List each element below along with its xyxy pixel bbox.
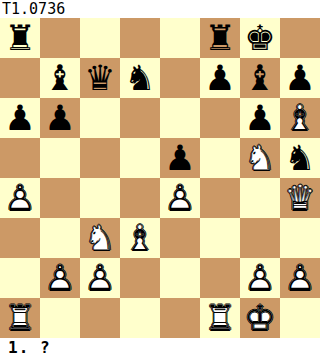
square-f7[interactable]: ♟ [200, 58, 240, 98]
piece-glyph: ♟ [200, 58, 240, 98]
square-f6[interactable] [200, 98, 240, 138]
square-c8[interactable] [80, 18, 120, 58]
square-c6[interactable] [80, 98, 120, 138]
square-e5[interactable]: ♟ [160, 138, 200, 178]
square-d2[interactable] [120, 258, 160, 298]
piece-glyph: ♝ [240, 58, 280, 98]
square-b3[interactable] [40, 218, 80, 258]
black-pawn: ♟ [0, 98, 40, 138]
piece-glyph: ♝ [40, 58, 80, 98]
chess-board: ♜♜♚♝♛♞♟♝♟♟♟♟♝♗♟♞♘♞♟♙♟♙♛♕♞♘♝♗♟♙♟♙♟♙♟♙♜♖♜♖… [0, 18, 320, 338]
square-d4[interactable] [120, 178, 160, 218]
black-bishop: ♝ [240, 58, 280, 98]
white-pawn: ♟♙ [80, 258, 120, 298]
white-knight: ♞♘ [80, 218, 120, 258]
white-bishop: ♝♗ [280, 98, 320, 138]
square-a3[interactable] [0, 218, 40, 258]
square-h4[interactable]: ♛♕ [280, 178, 320, 218]
piece-glyph: ♞ [120, 58, 160, 98]
black-pawn: ♟ [280, 58, 320, 98]
white-bishop: ♝♗ [120, 218, 160, 258]
piece-outline-glyph: ♖ [0, 298, 40, 338]
square-f4[interactable] [200, 178, 240, 218]
square-d8[interactable] [120, 18, 160, 58]
square-h2[interactable]: ♟♙ [280, 258, 320, 298]
move-prompt: 1. ? [8, 338, 51, 360]
square-d5[interactable] [120, 138, 160, 178]
piece-glyph: ♞ [280, 138, 320, 178]
white-pawn: ♟♙ [0, 178, 40, 218]
black-queen: ♛ [80, 58, 120, 98]
square-e6[interactable] [160, 98, 200, 138]
square-f2[interactable] [200, 258, 240, 298]
piece-outline-glyph: ♙ [160, 178, 200, 218]
square-a5[interactable] [0, 138, 40, 178]
white-pawn: ♟♙ [40, 258, 80, 298]
square-h8[interactable] [280, 18, 320, 58]
white-rook: ♜♖ [200, 298, 240, 338]
square-e7[interactable] [160, 58, 200, 98]
piece-outline-glyph: ♙ [40, 258, 80, 298]
white-queen: ♛♕ [280, 178, 320, 218]
white-rook: ♜♖ [0, 298, 40, 338]
square-a8[interactable]: ♜ [0, 18, 40, 58]
square-c7[interactable]: ♛ [80, 58, 120, 98]
square-a6[interactable]: ♟ [0, 98, 40, 138]
square-e4[interactable]: ♟♙ [160, 178, 200, 218]
black-pawn: ♟ [40, 98, 80, 138]
square-e1[interactable] [160, 298, 200, 338]
piece-glyph: ♚ [240, 18, 280, 58]
piece-outline-glyph: ♔ [240, 298, 280, 338]
square-a7[interactable] [0, 58, 40, 98]
square-c2[interactable]: ♟♙ [80, 258, 120, 298]
square-f8[interactable]: ♜ [200, 18, 240, 58]
square-f3[interactable] [200, 218, 240, 258]
square-g2[interactable]: ♟♙ [240, 258, 280, 298]
square-e2[interactable] [160, 258, 200, 298]
square-h3[interactable] [280, 218, 320, 258]
square-a2[interactable] [0, 258, 40, 298]
white-pawn: ♟♙ [280, 258, 320, 298]
white-king: ♚♔ [240, 298, 280, 338]
piece-outline-glyph: ♕ [280, 178, 320, 218]
black-pawn: ♟ [160, 138, 200, 178]
square-g8[interactable]: ♚ [240, 18, 280, 58]
piece-glyph: ♛ [80, 58, 120, 98]
piece-outline-glyph: ♘ [240, 138, 280, 178]
square-a1[interactable]: ♜♖ [0, 298, 40, 338]
black-rook: ♜ [200, 18, 240, 58]
piece-outline-glyph: ♙ [80, 258, 120, 298]
square-c3[interactable]: ♞♘ [80, 218, 120, 258]
piece-outline-glyph: ♙ [240, 258, 280, 298]
square-a4[interactable]: ♟♙ [0, 178, 40, 218]
square-g3[interactable] [240, 218, 280, 258]
square-c1[interactable] [80, 298, 120, 338]
piece-outline-glyph: ♘ [80, 218, 120, 258]
piece-glyph: ♜ [0, 18, 40, 58]
chess-puzzle-page: T1.0736 ♜♜♚♝♛♞♟♝♟♟♟♟♝♗♟♞♘♞♟♙♟♙♛♕♞♘♝♗♟♙♟♙… [0, 0, 320, 360]
black-king: ♚ [240, 18, 280, 58]
square-g1[interactable]: ♚♔ [240, 298, 280, 338]
black-pawn: ♟ [200, 58, 240, 98]
square-c5[interactable] [80, 138, 120, 178]
black-rook: ♜ [0, 18, 40, 58]
square-g7[interactable]: ♝ [240, 58, 280, 98]
square-g4[interactable] [240, 178, 280, 218]
square-b8[interactable] [40, 18, 80, 58]
square-b2[interactable]: ♟♙ [40, 258, 80, 298]
piece-outline-glyph: ♙ [280, 258, 320, 298]
piece-outline-glyph: ♖ [200, 298, 240, 338]
square-d6[interactable] [120, 98, 160, 138]
square-d7[interactable]: ♞ [120, 58, 160, 98]
square-b4[interactable] [40, 178, 80, 218]
piece-outline-glyph: ♗ [120, 218, 160, 258]
square-b7[interactable]: ♝ [40, 58, 80, 98]
black-knight: ♞ [120, 58, 160, 98]
white-knight: ♞♘ [240, 138, 280, 178]
square-h5[interactable]: ♞ [280, 138, 320, 178]
square-b5[interactable] [40, 138, 80, 178]
black-pawn: ♟ [240, 98, 280, 138]
square-b6[interactable]: ♟ [40, 98, 80, 138]
piece-outline-glyph: ♗ [280, 98, 320, 138]
square-f1[interactable]: ♜♖ [200, 298, 240, 338]
square-g5[interactable]: ♞♘ [240, 138, 280, 178]
square-h6[interactable]: ♝♗ [280, 98, 320, 138]
square-b1[interactable] [40, 298, 80, 338]
square-d3[interactable]: ♝♗ [120, 218, 160, 258]
white-pawn: ♟♙ [240, 258, 280, 298]
square-f5[interactable] [200, 138, 240, 178]
black-bishop: ♝ [40, 58, 80, 98]
square-e3[interactable] [160, 218, 200, 258]
square-e8[interactable] [160, 18, 200, 58]
square-h1[interactable] [280, 298, 320, 338]
square-g6[interactable]: ♟ [240, 98, 280, 138]
puzzle-title: T1.0736 [2, 0, 65, 18]
square-h7[interactable]: ♟ [280, 58, 320, 98]
piece-glyph: ♜ [200, 18, 240, 58]
square-d1[interactable] [120, 298, 160, 338]
piece-glyph: ♟ [40, 98, 80, 138]
piece-glyph: ♟ [0, 98, 40, 138]
square-c4[interactable] [80, 178, 120, 218]
white-pawn: ♟♙ [160, 178, 200, 218]
black-knight: ♞ [280, 138, 320, 178]
piece-glyph: ♟ [240, 98, 280, 138]
piece-glyph: ♟ [280, 58, 320, 98]
piece-glyph: ♟ [160, 138, 200, 178]
piece-outline-glyph: ♙ [0, 178, 40, 218]
